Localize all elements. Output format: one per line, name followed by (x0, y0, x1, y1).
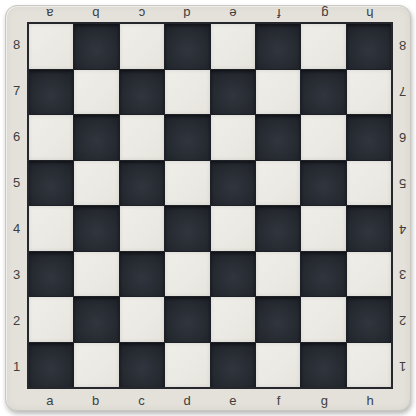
square-h4[interactable] (347, 206, 391, 251)
rank-label-7: 7 (6, 68, 27, 114)
square-e6[interactable] (211, 115, 255, 160)
chess-board-grid (27, 22, 393, 389)
square-d1[interactable] (165, 343, 209, 388)
square-h3[interactable] (347, 252, 391, 297)
square-f1[interactable] (256, 343, 300, 388)
square-c2[interactable] (120, 297, 164, 342)
square-d6[interactable] (165, 115, 209, 160)
square-c1[interactable] (120, 343, 164, 388)
square-h8[interactable] (347, 24, 391, 69)
file-label-h: h (347, 6, 393, 22)
file-label-e: e (210, 389, 256, 412)
square-b6[interactable] (74, 115, 118, 160)
square-b1[interactable] (74, 343, 118, 388)
rank-labels-right: 87654321 (393, 22, 412, 389)
square-d5[interactable] (165, 161, 209, 206)
rank-label-4: 4 (393, 206, 412, 252)
square-b5[interactable] (74, 161, 118, 206)
square-c4[interactable] (120, 206, 164, 251)
square-e5[interactable] (211, 161, 255, 206)
file-label-a: a (27, 6, 73, 22)
rank-label-1: 1 (393, 343, 412, 389)
file-label-b: b (73, 389, 119, 412)
square-b3[interactable] (74, 252, 118, 297)
rank-label-3: 3 (6, 251, 27, 297)
rank-label-2: 2 (6, 297, 27, 343)
square-a6[interactable] (29, 115, 73, 160)
square-a4[interactable] (29, 206, 73, 251)
square-g4[interactable] (301, 206, 345, 251)
square-b8[interactable] (74, 24, 118, 69)
rank-label-6: 6 (393, 114, 412, 160)
square-g1[interactable] (301, 343, 345, 388)
board-photo-stage: abcdefgh 87654321 87654321 abcdefgh (0, 0, 416, 416)
rank-labels-left: 87654321 (6, 22, 27, 389)
square-h5[interactable] (347, 161, 391, 206)
square-d8[interactable] (165, 24, 209, 69)
file-label-f: f (256, 6, 302, 22)
square-h7[interactable] (347, 70, 391, 115)
file-label-d: d (164, 389, 210, 412)
square-f3[interactable] (256, 252, 300, 297)
file-labels-top: abcdefgh (27, 6, 393, 22)
file-label-c: c (119, 389, 165, 412)
rank-label-2: 2 (393, 297, 412, 343)
file-label-e: e (210, 6, 256, 22)
file-label-f: f (256, 389, 302, 412)
rank-label-7: 7 (393, 68, 412, 114)
chess-board-mat: abcdefgh 87654321 87654321 abcdefgh (5, 5, 411, 411)
square-g5[interactable] (301, 161, 345, 206)
square-a3[interactable] (29, 252, 73, 297)
square-c5[interactable] (120, 161, 164, 206)
square-f7[interactable] (256, 70, 300, 115)
square-e8[interactable] (211, 24, 255, 69)
rank-label-1: 1 (6, 343, 27, 389)
file-label-g: g (302, 389, 348, 412)
square-d2[interactable] (165, 297, 209, 342)
square-h1[interactable] (347, 343, 391, 388)
rank-label-5: 5 (393, 160, 412, 206)
square-a2[interactable] (29, 297, 73, 342)
rank-label-4: 4 (6, 206, 27, 252)
square-c6[interactable] (120, 115, 164, 160)
square-c3[interactable] (120, 252, 164, 297)
square-e4[interactable] (211, 206, 255, 251)
file-labels-bottom: abcdefgh (27, 389, 393, 412)
square-g2[interactable] (301, 297, 345, 342)
square-e3[interactable] (211, 252, 255, 297)
square-e2[interactable] (211, 297, 255, 342)
square-g3[interactable] (301, 252, 345, 297)
square-e1[interactable] (211, 343, 255, 388)
rank-label-8: 8 (6, 22, 27, 68)
square-g7[interactable] (301, 70, 345, 115)
rank-label-6: 6 (6, 114, 27, 160)
square-a5[interactable] (29, 161, 73, 206)
file-label-g: g (302, 6, 348, 22)
square-e7[interactable] (211, 70, 255, 115)
square-h2[interactable] (347, 297, 391, 342)
square-a8[interactable] (29, 24, 73, 69)
square-h6[interactable] (347, 115, 391, 160)
square-f8[interactable] (256, 24, 300, 69)
square-f5[interactable] (256, 161, 300, 206)
square-a1[interactable] (29, 343, 73, 388)
rank-label-3: 3 (393, 251, 412, 297)
file-label-c: c (119, 6, 165, 22)
square-f4[interactable] (256, 206, 300, 251)
file-label-b: b (73, 6, 119, 22)
square-g8[interactable] (301, 24, 345, 69)
square-b2[interactable] (74, 297, 118, 342)
square-b7[interactable] (74, 70, 118, 115)
square-d7[interactable] (165, 70, 209, 115)
square-f2[interactable] (256, 297, 300, 342)
square-d4[interactable] (165, 206, 209, 251)
square-a7[interactable] (29, 70, 73, 115)
square-d3[interactable] (165, 252, 209, 297)
file-label-a: a (27, 389, 73, 412)
square-f6[interactable] (256, 115, 300, 160)
square-b4[interactable] (74, 206, 118, 251)
square-g6[interactable] (301, 115, 345, 160)
rank-label-5: 5 (6, 160, 27, 206)
file-label-d: d (164, 6, 210, 22)
square-c8[interactable] (120, 24, 164, 69)
rank-label-8: 8 (393, 22, 412, 68)
file-label-h: h (347, 389, 393, 412)
square-c7[interactable] (120, 70, 164, 115)
